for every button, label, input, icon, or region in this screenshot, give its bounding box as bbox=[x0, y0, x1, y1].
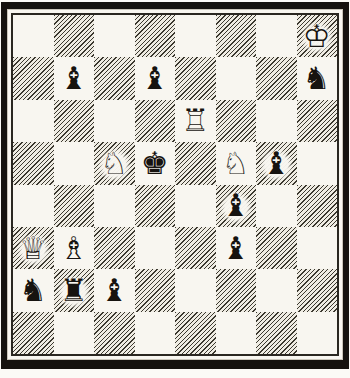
chess-board: ♔♝♝♞♖♘♚♘♝♝♕♗♝♞♜♝ bbox=[13, 15, 337, 354]
square-f7[interactable] bbox=[216, 57, 257, 99]
square-b8[interactable] bbox=[54, 15, 95, 57]
square-g8[interactable] bbox=[256, 15, 297, 57]
square-e7[interactable] bbox=[175, 57, 216, 99]
black-knight: ♞ bbox=[297, 57, 338, 99]
black-bishop: ♝ bbox=[256, 142, 297, 184]
square-h6[interactable] bbox=[297, 100, 338, 142]
square-a7[interactable] bbox=[13, 57, 54, 99]
square-d1[interactable] bbox=[135, 312, 176, 354]
square-a4[interactable] bbox=[13, 185, 54, 227]
square-e2[interactable] bbox=[175, 269, 216, 311]
square-c1[interactable] bbox=[94, 312, 135, 354]
square-a2[interactable]: ♞ bbox=[13, 269, 54, 311]
square-a6[interactable] bbox=[13, 100, 54, 142]
square-f4[interactable]: ♝ bbox=[216, 185, 257, 227]
square-d2[interactable] bbox=[135, 269, 176, 311]
square-h8[interactable]: ♔ bbox=[297, 15, 338, 57]
square-h3[interactable] bbox=[297, 227, 338, 269]
square-d5[interactable]: ♚ bbox=[135, 142, 176, 184]
square-c5[interactable]: ♘ bbox=[94, 142, 135, 184]
square-h1[interactable] bbox=[297, 312, 338, 354]
square-c2[interactable]: ♝ bbox=[94, 269, 135, 311]
square-e5[interactable] bbox=[175, 142, 216, 184]
black-bishop: ♝ bbox=[54, 57, 95, 99]
square-f1[interactable] bbox=[216, 312, 257, 354]
square-a3[interactable]: ♕ bbox=[13, 227, 54, 269]
square-b1[interactable] bbox=[54, 312, 95, 354]
white-knight: ♘ bbox=[94, 142, 135, 184]
square-h7[interactable]: ♞ bbox=[297, 57, 338, 99]
board-border: ♔♝♝♞♖♘♚♘♝♝♕♗♝♞♜♝ bbox=[11, 13, 339, 356]
square-b5[interactable] bbox=[54, 142, 95, 184]
scanned-page: ♔♝♝♞♖♘♚♘♝♝♕♗♝♞♜♝ bbox=[0, 0, 350, 378]
square-d3[interactable] bbox=[135, 227, 176, 269]
square-e1[interactable] bbox=[175, 312, 216, 354]
square-g2[interactable] bbox=[256, 269, 297, 311]
black-bishop: ♝ bbox=[216, 227, 257, 269]
square-d7[interactable]: ♝ bbox=[135, 57, 176, 99]
square-g5[interactable]: ♝ bbox=[256, 142, 297, 184]
black-knight: ♞ bbox=[13, 269, 54, 311]
square-c8[interactable] bbox=[94, 15, 135, 57]
square-b4[interactable] bbox=[54, 185, 95, 227]
square-d6[interactable] bbox=[135, 100, 176, 142]
square-g7[interactable] bbox=[256, 57, 297, 99]
square-g1[interactable] bbox=[256, 312, 297, 354]
square-c3[interactable] bbox=[94, 227, 135, 269]
square-a5[interactable] bbox=[13, 142, 54, 184]
square-b3[interactable]: ♗ bbox=[54, 227, 95, 269]
square-h2[interactable] bbox=[297, 269, 338, 311]
square-e6[interactable]: ♖ bbox=[175, 100, 216, 142]
white-knight: ♘ bbox=[216, 142, 257, 184]
square-c7[interactable] bbox=[94, 57, 135, 99]
square-a8[interactable] bbox=[13, 15, 54, 57]
square-c4[interactable] bbox=[94, 185, 135, 227]
square-b7[interactable]: ♝ bbox=[54, 57, 95, 99]
black-king: ♚ bbox=[135, 142, 176, 184]
square-e8[interactable] bbox=[175, 15, 216, 57]
white-rook: ♖ bbox=[175, 100, 216, 142]
square-e3[interactable] bbox=[175, 227, 216, 269]
square-e4[interactable] bbox=[175, 185, 216, 227]
square-b6[interactable] bbox=[54, 100, 95, 142]
square-d8[interactable] bbox=[135, 15, 176, 57]
black-bishop: ♝ bbox=[216, 185, 257, 227]
white-bishop: ♗ bbox=[54, 227, 95, 269]
square-f3[interactable]: ♝ bbox=[216, 227, 257, 269]
square-d4[interactable] bbox=[135, 185, 176, 227]
white-king: ♔ bbox=[297, 15, 338, 57]
square-g6[interactable] bbox=[256, 100, 297, 142]
square-h4[interactable] bbox=[297, 185, 338, 227]
square-g4[interactable] bbox=[256, 185, 297, 227]
white-queen: ♕ bbox=[13, 227, 54, 269]
black-rook: ♜ bbox=[54, 269, 95, 311]
square-f8[interactable] bbox=[216, 15, 257, 57]
square-c6[interactable] bbox=[94, 100, 135, 142]
diagram-frame: ♔♝♝♞♖♘♚♘♝♝♕♗♝♞♜♝ bbox=[1, 2, 349, 369]
square-f6[interactable] bbox=[216, 100, 257, 142]
black-bishop: ♝ bbox=[135, 57, 176, 99]
square-f2[interactable] bbox=[216, 269, 257, 311]
square-h5[interactable] bbox=[297, 142, 338, 184]
square-a1[interactable] bbox=[13, 312, 54, 354]
black-bishop: ♝ bbox=[94, 269, 135, 311]
square-f5[interactable]: ♘ bbox=[216, 142, 257, 184]
square-b2[interactable]: ♜ bbox=[54, 269, 95, 311]
square-g3[interactable] bbox=[256, 227, 297, 269]
